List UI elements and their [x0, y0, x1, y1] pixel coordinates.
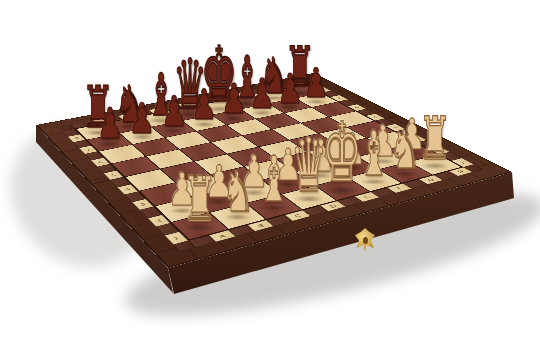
- chess-set-photo: ABCDEFGH ABCDEFGH 87654321 87654321 ♜♞♝♛…: [0, 0, 540, 338]
- brass-clasp-icon[interactable]: [352, 227, 378, 253]
